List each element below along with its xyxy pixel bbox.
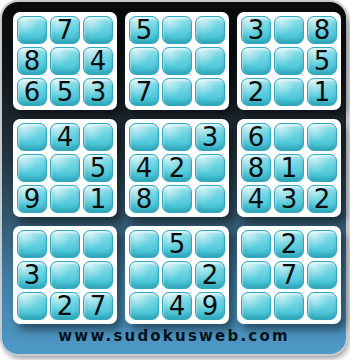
cell-r3c1[interactable]: 6 — [17, 78, 47, 106]
cell-r3c4[interactable]: 7 — [129, 78, 159, 106]
cell-r3c9[interactable]: 1 — [307, 78, 337, 106]
cell-r9c5[interactable]: 4 — [162, 292, 192, 320]
cell-r7c2[interactable] — [50, 230, 80, 258]
cell-r6c8[interactable]: 3 — [274, 185, 304, 213]
cell-r1c5[interactable] — [162, 16, 192, 44]
sudoku-board: 784653573852145913428681432327524927 www… — [2, 2, 346, 354]
cell-r5c6[interactable] — [195, 154, 225, 182]
cell-r3c8[interactable] — [274, 78, 304, 106]
footer-bar: www.sudokusweb.com — [2, 324, 346, 348]
cell-r9c9[interactable] — [307, 292, 337, 320]
cell-r1c4[interactable]: 5 — [129, 16, 159, 44]
cell-r4c7[interactable]: 6 — [241, 123, 271, 151]
cell-r8c7[interactable] — [241, 261, 271, 289]
cell-r4c2[interactable]: 4 — [50, 123, 80, 151]
cell-r7c1[interactable] — [17, 230, 47, 258]
cell-r1c2[interactable]: 7 — [50, 16, 80, 44]
box-r1c3: 38521 — [237, 12, 341, 110]
cell-r1c3[interactable] — [83, 16, 113, 44]
cell-r9c1[interactable] — [17, 292, 47, 320]
cell-r2c6[interactable] — [195, 47, 225, 75]
cell-r6c1[interactable]: 9 — [17, 185, 47, 213]
cell-r9c2[interactable]: 2 — [50, 292, 80, 320]
cell-r3c7[interactable]: 2 — [241, 78, 271, 106]
sudoku-grid: 784653573852145913428681432327524927 — [13, 12, 341, 324]
cell-r9c4[interactable] — [129, 292, 159, 320]
cell-r8c2[interactable] — [50, 261, 80, 289]
cell-r9c7[interactable] — [241, 292, 271, 320]
cell-r5c1[interactable] — [17, 154, 47, 182]
cell-r8c4[interactable] — [129, 261, 159, 289]
cell-r1c1[interactable] — [17, 16, 47, 44]
cell-r4c8[interactable] — [274, 123, 304, 151]
cell-r1c9[interactable]: 8 — [307, 16, 337, 44]
cell-r1c6[interactable] — [195, 16, 225, 44]
cell-r4c3[interactable] — [83, 123, 113, 151]
cell-r1c7[interactable]: 3 — [241, 16, 271, 44]
cell-r6c6[interactable] — [195, 185, 225, 213]
cell-r2c2[interactable] — [50, 47, 80, 75]
cell-r6c2[interactable] — [50, 185, 80, 213]
cell-r6c9[interactable]: 2 — [307, 185, 337, 213]
cell-r5c2[interactable] — [50, 154, 80, 182]
site-url-link[interactable]: www.sudokusweb.com — [58, 327, 289, 345]
cell-r8c3[interactable] — [83, 261, 113, 289]
cell-r3c6[interactable] — [195, 78, 225, 106]
cell-r8c9[interactable] — [307, 261, 337, 289]
cell-r5c9[interactable] — [307, 154, 337, 182]
cell-r8c1[interactable]: 3 — [17, 261, 47, 289]
cell-r7c3[interactable] — [83, 230, 113, 258]
cell-r6c7[interactable]: 4 — [241, 185, 271, 213]
cell-r2c4[interactable] — [129, 47, 159, 75]
box-r1c2: 57 — [125, 12, 229, 110]
cell-r5c3[interactable]: 5 — [83, 154, 113, 182]
box-r2c3: 681432 — [237, 119, 341, 217]
box-r2c2: 3428 — [125, 119, 229, 217]
box-r1c1: 784653 — [13, 12, 117, 110]
cell-r7c5[interactable]: 5 — [162, 230, 192, 258]
cell-r4c1[interactable] — [17, 123, 47, 151]
sudoku-screenshot: 784653573852145913428681432327524927 www… — [0, 0, 350, 360]
box-r3c2: 5249 — [125, 226, 229, 324]
cell-r4c4[interactable] — [129, 123, 159, 151]
box-r2c1: 4591 — [13, 119, 117, 217]
cell-r5c7[interactable]: 8 — [241, 154, 271, 182]
cell-r3c2[interactable]: 5 — [50, 78, 80, 106]
cell-r4c9[interactable] — [307, 123, 337, 151]
cell-r3c3[interactable]: 3 — [83, 78, 113, 106]
cell-r4c6[interactable]: 3 — [195, 123, 225, 151]
cell-r7c6[interactable] — [195, 230, 225, 258]
box-r3c1: 327 — [13, 226, 117, 324]
cell-r9c6[interactable]: 9 — [195, 292, 225, 320]
cell-r2c8[interactable] — [274, 47, 304, 75]
cell-r2c7[interactable] — [241, 47, 271, 75]
cell-r5c8[interactable]: 1 — [274, 154, 304, 182]
cell-r8c5[interactable] — [162, 261, 192, 289]
cell-r9c8[interactable] — [274, 292, 304, 320]
cell-r2c1[interactable]: 8 — [17, 47, 47, 75]
cell-r8c6[interactable]: 2 — [195, 261, 225, 289]
cell-r6c3[interactable]: 1 — [83, 185, 113, 213]
cell-r3c5[interactable] — [162, 78, 192, 106]
cell-r1c8[interactable] — [274, 16, 304, 44]
cell-r5c5[interactable]: 2 — [162, 154, 192, 182]
cell-r5c4[interactable]: 4 — [129, 154, 159, 182]
box-r3c3: 27 — [237, 226, 341, 324]
cell-r7c4[interactable] — [129, 230, 159, 258]
cell-r9c3[interactable]: 7 — [83, 292, 113, 320]
cell-r2c9[interactable]: 5 — [307, 47, 337, 75]
cell-r2c5[interactable] — [162, 47, 192, 75]
cell-r6c4[interactable]: 8 — [129, 185, 159, 213]
cell-r7c7[interactable] — [241, 230, 271, 258]
cell-r6c5[interactable] — [162, 185, 192, 213]
cell-r7c9[interactable] — [307, 230, 337, 258]
cell-r8c8[interactable]: 7 — [274, 261, 304, 289]
cell-r2c3[interactable]: 4 — [83, 47, 113, 75]
cell-r7c8[interactable]: 2 — [274, 230, 304, 258]
cell-r4c5[interactable] — [162, 123, 192, 151]
